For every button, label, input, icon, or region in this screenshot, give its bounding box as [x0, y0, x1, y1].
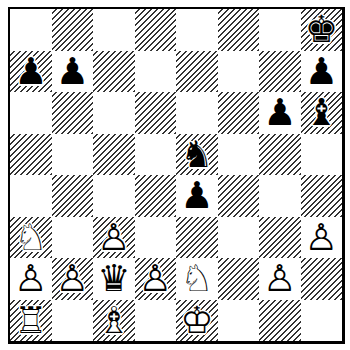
square-h4[interactable]: [301, 175, 343, 217]
square-e8[interactable]: [176, 9, 218, 51]
square-d8[interactable]: [135, 9, 177, 51]
square-h2[interactable]: [301, 258, 343, 300]
piece-black-knight: ♞: [176, 134, 218, 176]
square-c8[interactable]: [93, 9, 135, 51]
square-f1[interactable]: [218, 300, 260, 342]
square-g6[interactable]: ♟♟: [259, 92, 301, 134]
square-g4[interactable]: [259, 175, 301, 217]
black-pawn-fill: ♟: [259, 92, 301, 134]
piece-white-pawn: ♙: [10, 258, 52, 300]
black-pawn-fill: ♟: [52, 51, 94, 93]
square-f7[interactable]: [218, 51, 260, 93]
square-c4[interactable]: [93, 175, 135, 217]
square-h5[interactable]: [301, 134, 343, 176]
square-b7[interactable]: ♟♟: [52, 51, 94, 93]
piece-black-pawn: ♟: [259, 92, 301, 134]
piece-white-pawn: ♙: [135, 258, 177, 300]
white-bishop-fill: ♝: [93, 300, 135, 342]
black-king-fill: ♚: [301, 9, 343, 51]
piece-black-king: ♚: [301, 9, 343, 51]
square-a7[interactable]: ♟♟: [10, 51, 52, 93]
square-b6[interactable]: [52, 92, 94, 134]
square-c6[interactable]: [93, 92, 135, 134]
square-a3[interactable]: ♞♘: [10, 217, 52, 259]
piece-white-pawn: ♙: [259, 258, 301, 300]
square-c5[interactable]: [93, 134, 135, 176]
square-d6[interactable]: [135, 92, 177, 134]
square-f4[interactable]: [218, 175, 260, 217]
white-pawn-fill: ♟: [259, 258, 301, 300]
square-b4[interactable]: [52, 175, 94, 217]
square-b5[interactable]: [52, 134, 94, 176]
piece-white-knight: ♘: [10, 217, 52, 259]
black-bishop-fill: ♝: [301, 92, 343, 134]
square-d1[interactable]: [135, 300, 177, 342]
square-f8[interactable]: [218, 9, 260, 51]
square-f5[interactable]: [218, 134, 260, 176]
black-queen-fill: ♛: [93, 258, 135, 300]
piece-white-pawn: ♙: [301, 217, 343, 259]
square-d4[interactable]: [135, 175, 177, 217]
white-pawn-fill: ♟: [10, 258, 52, 300]
square-b2[interactable]: ♟♙: [52, 258, 94, 300]
square-e4[interactable]: ♟♟: [176, 175, 218, 217]
square-c7[interactable]: [93, 51, 135, 93]
square-f3[interactable]: [218, 217, 260, 259]
square-e6[interactable]: [176, 92, 218, 134]
square-c2[interactable]: ♛♛: [93, 258, 135, 300]
square-h8[interactable]: ♚♚: [301, 9, 343, 51]
piece-white-pawn: ♙: [52, 258, 94, 300]
white-king-fill: ♚: [176, 300, 218, 342]
black-pawn-fill: ♟: [301, 51, 343, 93]
square-g5[interactable]: [259, 134, 301, 176]
square-d5[interactable]: [135, 134, 177, 176]
square-g2[interactable]: ♟♙: [259, 258, 301, 300]
square-b8[interactable]: [52, 9, 94, 51]
square-h6[interactable]: ♝♝: [301, 92, 343, 134]
piece-black-pawn: ♟: [10, 51, 52, 93]
black-knight-fill: ♞: [176, 134, 218, 176]
square-a6[interactable]: [10, 92, 52, 134]
square-h7[interactable]: ♟♟: [301, 51, 343, 93]
square-d3[interactable]: [135, 217, 177, 259]
piece-black-pawn: ♟: [176, 175, 218, 217]
square-h1[interactable]: [301, 300, 343, 342]
square-h3[interactable]: ♟♙: [301, 217, 343, 259]
piece-white-rook: ♖: [10, 300, 52, 342]
square-e3[interactable]: [176, 217, 218, 259]
square-g8[interactable]: [259, 9, 301, 51]
square-f2[interactable]: [218, 258, 260, 300]
black-pawn-fill: ♟: [176, 175, 218, 217]
white-rook-fill: ♜: [10, 300, 52, 342]
piece-black-queen: ♛: [93, 258, 135, 300]
white-pawn-fill: ♟: [52, 258, 94, 300]
black-pawn-fill: ♟: [10, 51, 52, 93]
square-c1[interactable]: ♝♗: [93, 300, 135, 342]
square-a2[interactable]: ♟♙: [10, 258, 52, 300]
square-a4[interactable]: [10, 175, 52, 217]
piece-white-king: ♔: [176, 300, 218, 342]
piece-white-knight: ♘: [176, 258, 218, 300]
chess-board: ♚♚♟♟♟♟♟♟♟♟♝♝♞♞♟♟♞♘♟♙♟♙♟♙♟♙♛♛♟♙♞♘♟♙♜♖♝♗♚♔: [8, 7, 345, 344]
square-b1[interactable]: [52, 300, 94, 342]
piece-black-pawn: ♟: [52, 51, 94, 93]
white-pawn-fill: ♟: [135, 258, 177, 300]
piece-black-pawn: ♟: [301, 51, 343, 93]
white-knight-fill: ♞: [176, 258, 218, 300]
square-a1[interactable]: ♜♖: [10, 300, 52, 342]
square-g7[interactable]: [259, 51, 301, 93]
square-g1[interactable]: [259, 300, 301, 342]
square-b3[interactable]: [52, 217, 94, 259]
square-d7[interactable]: [135, 51, 177, 93]
square-e5[interactable]: ♞♞: [176, 134, 218, 176]
square-e2[interactable]: ♞♘: [176, 258, 218, 300]
chess-diagram: ♚♚♟♟♟♟♟♟♟♟♝♝♞♞♟♟♞♘♟♙♟♙♟♙♟♙♛♛♟♙♞♘♟♙♜♖♝♗♚♔: [0, 0, 350, 350]
square-c3[interactable]: ♟♙: [93, 217, 135, 259]
white-knight-fill: ♞: [10, 217, 52, 259]
square-a8[interactable]: [10, 9, 52, 51]
white-pawn-fill: ♟: [301, 217, 343, 259]
square-e7[interactable]: [176, 51, 218, 93]
piece-black-bishop: ♝: [301, 92, 343, 134]
square-f6[interactable]: [218, 92, 260, 134]
piece-white-pawn: ♙: [93, 217, 135, 259]
square-g3[interactable]: [259, 217, 301, 259]
square-a5[interactable]: [10, 134, 52, 176]
square-d2[interactable]: ♟♙: [135, 258, 177, 300]
white-pawn-fill: ♟: [93, 217, 135, 259]
piece-white-bishop: ♗: [93, 300, 135, 342]
square-e1[interactable]: ♚♔: [176, 300, 218, 342]
